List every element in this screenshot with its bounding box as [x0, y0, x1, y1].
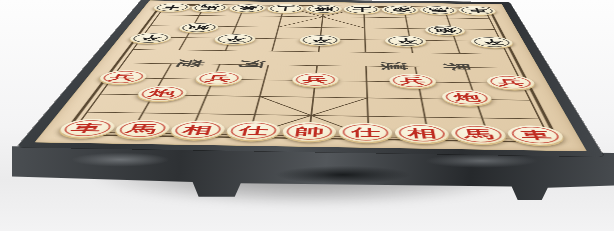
piece-glyph: 炮	[147, 89, 178, 98]
piece-black-soldier[interactable]: 卒	[299, 34, 341, 45]
piece-black-general[interactable]: 將	[305, 4, 342, 13]
piece-black-soldier[interactable]: 卒	[126, 32, 174, 43]
piece-black-soldier[interactable]: 卒	[212, 33, 257, 44]
piece-glyph: 兵	[302, 76, 328, 84]
piece-black-horse[interactable]: 馬	[189, 3, 230, 12]
piece-glyph: 馬	[428, 8, 450, 13]
piece-glyph: 兵	[399, 77, 426, 85]
piece-glyph: 馬	[198, 5, 220, 10]
piece-glyph: 車	[466, 8, 489, 13]
piece-black-advisor[interactable]: 士	[344, 5, 381, 14]
piece-glyph: 卒	[308, 37, 331, 43]
piece-glyph: 士	[352, 7, 372, 12]
piece-glyph: 兵	[204, 74, 232, 82]
piece-glyph: 卒	[479, 39, 505, 45]
piece-glyph: 兵	[496, 78, 526, 86]
piece-glyph: 相	[181, 124, 214, 135]
piece-red-chariot[interactable]: 車	[505, 125, 568, 145]
piece-red-soldier[interactable]: 兵	[485, 75, 538, 90]
piece-glyph: 車	[69, 123, 105, 134]
piece-glyph: 士	[275, 6, 296, 11]
piece-glyph: 馬	[462, 129, 495, 140]
piece-red-chariot[interactable]: 車	[54, 119, 119, 138]
piece-glyph: 馬	[125, 124, 160, 135]
piece-glyph: 帥	[294, 126, 325, 137]
board-surface: 楚河 漢界 車馬象士將士象馬車炮炮卒卒卒卒卒兵兵兵兵兵炮炮車馬相仕帥仕相馬車	[34, 0, 586, 151]
xiangqi-board: 楚河 漢界 車馬象士將士象馬車炮炮卒卒卒卒卒兵兵兵兵兵炮炮車馬相仕帥仕相馬車	[17, 0, 605, 157]
piece-glyph: 炮	[434, 27, 458, 33]
piece-black-horse[interactable]: 馬	[419, 6, 458, 15]
piece-glyph: 仕	[237, 125, 269, 136]
piece-red-elephant[interactable]: 相	[167, 120, 227, 140]
piece-glyph: 炮	[186, 25, 210, 31]
piece-glyph: 卒	[222, 36, 247, 42]
piece-glyph: 車	[160, 5, 183, 10]
piece-glyph: 仕	[351, 127, 381, 138]
piece-red-cannon[interactable]: 炮	[134, 85, 190, 101]
piece-glyph: 卒	[137, 35, 163, 41]
piece-red-cannon[interactable]: 炮	[441, 89, 495, 105]
piece-glyph: 相	[406, 128, 438, 139]
piece-black-chariot[interactable]: 車	[457, 6, 498, 15]
piece-glyph: 象	[237, 6, 259, 11]
piece-black-soldier[interactable]: 卒	[385, 35, 428, 47]
piece-glyph: 車	[518, 130, 553, 141]
piece-glyph: 炮	[452, 93, 482, 102]
piece-black-cannon[interactable]: 炮	[176, 22, 220, 32]
piece-black-elephant[interactable]: 象	[228, 4, 267, 13]
piece-red-soldier[interactable]: 兵	[389, 74, 438, 89]
piece-red-advisor[interactable]: 仕	[224, 121, 282, 141]
piece-black-elephant[interactable]: 象	[382, 5, 420, 14]
piece-glyph: 象	[390, 7, 411, 12]
piece-glyph: 兵	[108, 73, 138, 81]
piece-glyph: 卒	[394, 38, 418, 44]
piece-red-horse[interactable]: 馬	[449, 124, 509, 144]
piece-black-soldier[interactable]: 卒	[469, 36, 515, 48]
piece-red-elephant[interactable]: 相	[394, 124, 451, 144]
piece-red-soldier[interactable]: 兵	[291, 72, 339, 87]
piece-black-advisor[interactable]: 士	[266, 4, 304, 13]
product-photo-stage: 楚河 漢界 車馬象士將士象馬車炮炮卒卒卒卒卒兵兵兵兵兵炮炮車馬相仕帥仕相馬車	[0, 0, 614, 231]
piece-glyph: 將	[313, 6, 334, 11]
piece-black-chariot[interactable]: 車	[151, 3, 193, 12]
piece-red-advisor[interactable]: 仕	[339, 123, 394, 143]
piece-red-general[interactable]: 帥	[281, 122, 336, 142]
piece-black-cannon[interactable]: 炮	[424, 25, 467, 36]
piece-red-soldier[interactable]: 兵	[95, 70, 150, 85]
piece-red-horse[interactable]: 馬	[110, 119, 173, 138]
piece-red-soldier[interactable]: 兵	[193, 71, 244, 86]
